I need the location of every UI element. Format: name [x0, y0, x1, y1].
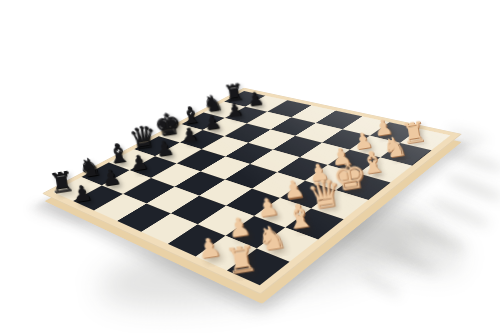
chess-set-photo: ♜♟♟♜♞♟♟♞♝♟♟♝♚♟♟♚♛♟♟♛♝♟♟♝♞♟♟♞♜♟♟♜: [0, 0, 500, 333]
piece-cast-shadow: [387, 245, 440, 278]
piece-cast-shadow: [428, 194, 493, 231]
piece-black-pawn-h7[interactable]: ♟: [246, 89, 265, 109]
piece-cast-shadow: [358, 270, 404, 300]
square-e1[interactable]: ♚: [336, 173, 391, 200]
piece-white-rook-a1[interactable]: ♜: [223, 239, 260, 279]
piece-white-bishop-c1[interactable]: ♝: [282, 198, 316, 235]
square-g1[interactable]: ♞: [380, 143, 432, 166]
piece-white-knight-b1[interactable]: ♞: [254, 219, 288, 256]
piece-black-pawn-a7[interactable]: ♟: [71, 182, 94, 207]
square-h1[interactable]: ♜: [400, 129, 450, 150]
piece-cast-shadow: [408, 220, 467, 255]
piece-black-pawn-d7[interactable]: ♟: [154, 138, 175, 161]
piece-black-pawn-c7[interactable]: ♟: [128, 151, 149, 174]
piece-cast-shadow: [443, 171, 500, 204]
piece-black-pawn-f7[interactable]: ♟: [203, 112, 223, 133]
piece-black-pawn-g7[interactable]: ♟: [225, 100, 244, 121]
piece-black-bishop-c8[interactable]: ♝: [104, 138, 131, 167]
checker-grid: ♜♟♟♜♞♟♟♞♝♟♟♝♚♟♟♚♛♟♟♛♝♟♟♝♞♟♟♞♜♟♟♜: [53, 91, 450, 285]
piece-white-pawn-a2[interactable]: ♟: [196, 234, 223, 264]
piece-black-pawn-b7[interactable]: ♟: [100, 166, 122, 190]
piece-black-pawn-e7[interactable]: ♟: [179, 124, 199, 146]
chess-board: ♜♟♟♜♞♟♟♞♝♟♟♝♚♟♟♚♛♟♟♛♝♟♟♝♞♟♟♞♜♟♟♜: [42, 88, 462, 295]
